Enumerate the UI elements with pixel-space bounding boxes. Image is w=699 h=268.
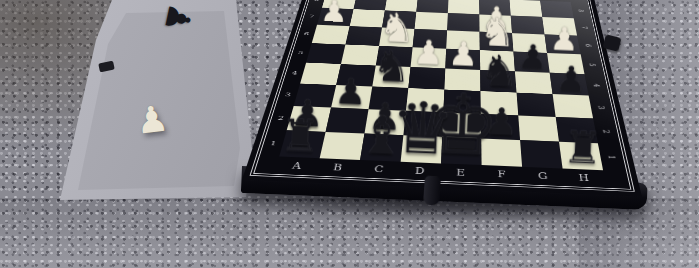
piece-black-pawn-h4[interactable]: ♟: [555, 61, 587, 97]
square-g3[interactable]: [517, 93, 556, 117]
piece-white-pawn-h6[interactable]: ♟: [549, 22, 579, 55]
file-label-A: A: [274, 157, 319, 176]
square-e7[interactable]: [447, 13, 480, 32]
piece-white-pawn-a7[interactable]: ♟: [320, 0, 349, 27]
rank-label-right-8: 8: [571, 2, 592, 19]
board-grid: ♛♟♟♞♞♟♟♟♟♞♞♟♟♟♟♟♜♝♛♚♜1122334455667788ABC…: [250, 0, 635, 192]
piece-black-rook-h1[interactable]: ♜: [563, 125, 605, 171]
square-h8[interactable]: [540, 1, 574, 19]
piece-white-pawn-e5[interactable]: ♟: [448, 36, 479, 70]
square-h6[interactable]: ♟: [545, 34, 581, 54]
file-label-C: C: [357, 160, 400, 179]
square-a6[interactable]: [312, 25, 350, 45]
file-label-H: H: [563, 168, 607, 187]
rank-label-right-6: 6: [577, 36, 600, 55]
square-d1[interactable]: ♛: [401, 135, 443, 163]
square-a7[interactable]: ♟: [317, 8, 353, 26]
square-g1[interactable]: [520, 140, 562, 168]
chess-board[interactable]: ♛♟♟♞♞♟♟♟♟♞♞♟♟♟♟♟♜♝♛♚♜1122334455667788ABC…: [242, 0, 642, 196]
file-label-E: E: [440, 163, 482, 182]
square-h1[interactable]: ♜: [559, 142, 603, 170]
square-d7[interactable]: [415, 12, 448, 31]
piece-black-rook-a1[interactable]: ♜: [280, 113, 322, 159]
piece-black-bishop-c1[interactable]: ♝: [357, 109, 406, 163]
square-d5[interactable]: ♟: [411, 47, 447, 68]
square-g4[interactable]: [515, 71, 553, 94]
captured-white-pawn[interactable]: ♟: [134, 100, 170, 140]
square-g2[interactable]: [518, 115, 559, 141]
screenshot: ♟ ♟ ♛♟♟♞♞♟♟♟♟♞♞♟♟♟♟♟♜♝♛♚♜112233445566778…: [0, 0, 699, 268]
square-e5[interactable]: ♟: [445, 49, 480, 70]
square-a1[interactable]: ♜: [279, 130, 325, 158]
square-c4[interactable]: ♞: [372, 66, 410, 89]
file-label-G: G: [522, 167, 565, 186]
piece-white-pawn-d5[interactable]: ♟: [413, 35, 444, 69]
file-label-B: B: [316, 158, 360, 177]
square-h4[interactable]: ♟: [550, 73, 589, 96]
square-h3[interactable]: [553, 94, 594, 118]
piece-black-knight-c4[interactable]: ♞: [371, 45, 411, 89]
square-a5[interactable]: [306, 43, 345, 64]
piece-black-pawn-g5[interactable]: ♟: [517, 39, 548, 73]
square-c1[interactable]: ♝: [360, 134, 403, 162]
case-latch-knob[interactable]: [423, 175, 441, 205]
file-label-F: F: [482, 165, 524, 184]
rank-label-right-4: 4: [585, 74, 610, 96]
